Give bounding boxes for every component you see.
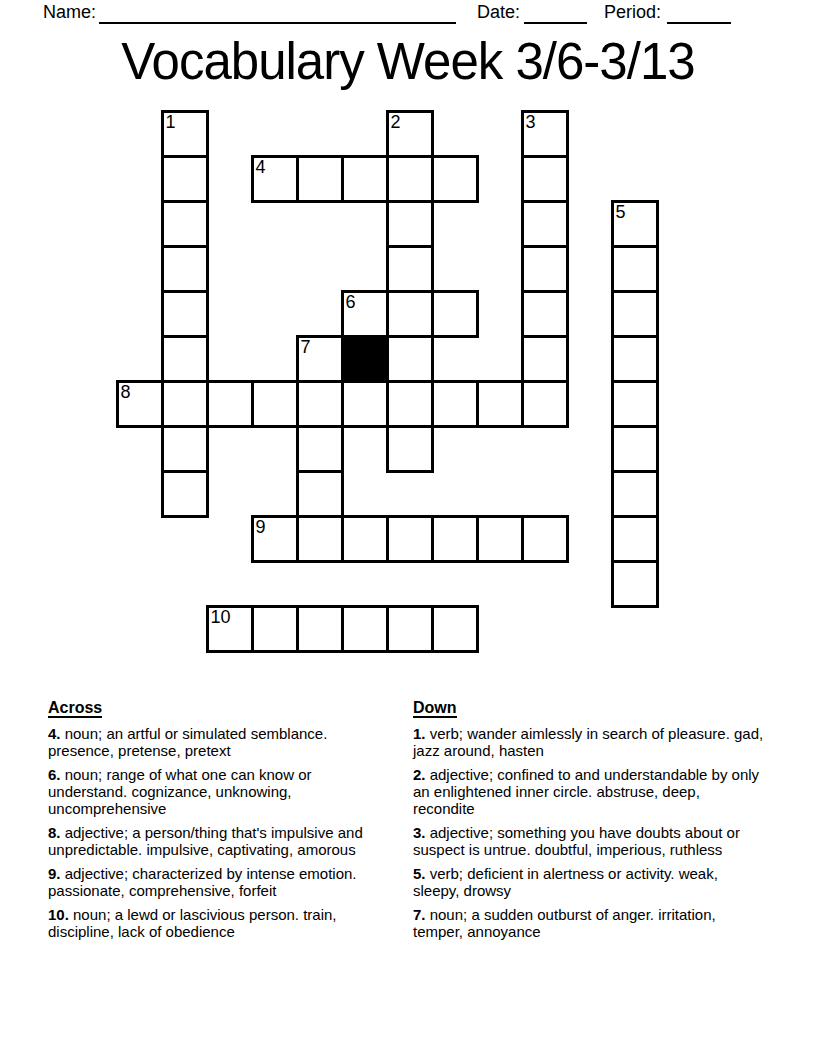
grid-cell[interactable] — [521, 245, 569, 293]
clue-item-number: 2. — [413, 766, 426, 783]
grid-cell[interactable] — [161, 290, 209, 338]
clue-item-number: 3. — [413, 824, 426, 841]
clue-item-text: verb; wander aimlessly in search of plea… — [413, 725, 763, 759]
grid-cell[interactable] — [251, 380, 299, 428]
grid-cell[interactable] — [611, 290, 659, 338]
grid-cell[interactable] — [161, 470, 209, 518]
grid-cell[interactable] — [431, 155, 479, 203]
grid-cell[interactable] — [386, 155, 434, 203]
grid-cell[interactable] — [341, 380, 389, 428]
grid-cell[interactable] — [341, 605, 389, 653]
clue-item-number: 4. — [48, 725, 61, 742]
grid-cell[interactable]: 3 — [521, 110, 569, 158]
clue-item-text: noun; an artful or simulated semblance. … — [48, 725, 327, 759]
grid-cell[interactable] — [386, 335, 434, 383]
clue-number: 5 — [616, 202, 626, 222]
clue-number: 4 — [256, 157, 266, 177]
grid-cell[interactable] — [386, 515, 434, 563]
grid-cell[interactable]: 4 — [251, 155, 299, 203]
date-label: Date: — [477, 1, 520, 23]
grid-cell[interactable] — [476, 380, 524, 428]
grid-cell[interactable]: 9 — [251, 515, 299, 563]
clue-item-number: 9. — [48, 865, 61, 882]
grid-cell[interactable] — [611, 470, 659, 518]
clue-item-text: adjective; a person/thing that's impulsi… — [48, 824, 363, 858]
page-title: Vocabulary Week 3/6-3/13 — [0, 33, 816, 91]
grid-cell[interactable] — [521, 335, 569, 383]
period-label: Period: — [604, 1, 661, 23]
clue-item: 6. noun; range of what one can know or u… — [48, 766, 386, 817]
grid-cell[interactable] — [161, 245, 209, 293]
period-blank-line[interactable] — [667, 1, 731, 24]
clue-item: 4. noun; an artful or simulated semblanc… — [48, 725, 386, 759]
name-blank-line[interactable] — [99, 1, 456, 24]
grid-cell[interactable] — [521, 380, 569, 428]
clue-number: 2 — [391, 112, 401, 132]
grid-cell[interactable] — [431, 380, 479, 428]
grid-cell[interactable] — [161, 335, 209, 383]
grid-cell[interactable] — [296, 605, 344, 653]
grid-cell[interactable] — [251, 605, 299, 653]
grid-cell[interactable]: 8 — [116, 380, 164, 428]
grid-cell[interactable] — [341, 515, 389, 563]
grid-cell[interactable] — [521, 290, 569, 338]
grid-cell[interactable] — [521, 155, 569, 203]
grid-cell[interactable] — [296, 515, 344, 563]
clue-number: 6 — [346, 292, 356, 312]
grid-cell[interactable] — [206, 380, 254, 428]
clue-item: 7. noun; a sudden outburst of anger. irr… — [413, 906, 765, 940]
grid-cell[interactable]: 2 — [386, 110, 434, 158]
grid-cell[interactable]: 5 — [611, 200, 659, 248]
grid-cell[interactable] — [161, 200, 209, 248]
grid-cell[interactable] — [386, 605, 434, 653]
clue-item: 3. adjective; something you have doubts … — [413, 824, 765, 858]
grid-cell[interactable] — [386, 200, 434, 248]
grid-cell[interactable] — [611, 560, 659, 608]
grid-cell[interactable]: 10 — [206, 605, 254, 653]
grid-cell[interactable]: 1 — [161, 110, 209, 158]
grid-cell[interactable] — [611, 425, 659, 473]
grid-cell[interactable] — [431, 290, 479, 338]
clue-item-number: 1. — [413, 725, 426, 742]
grid-cell[interactable] — [386, 380, 434, 428]
clue-item: 2. adjective; confined to and understand… — [413, 766, 765, 817]
clue-item: 9. adjective; characterized by intense e… — [48, 865, 386, 899]
down-heading: Down — [413, 699, 457, 718]
clue-item: 10. noun; a lewd or lascivious person. t… — [48, 906, 386, 940]
clue-number: 10 — [211, 607, 231, 627]
grid-cell[interactable]: 7 — [296, 335, 344, 383]
grid-cell[interactable] — [386, 290, 434, 338]
grid-cell[interactable] — [296, 425, 344, 473]
crossword-grid: 12345678910 — [117, 111, 657, 651]
down-clue-list: 1. verb; wander aimlessly in search of p… — [413, 725, 765, 940]
grid-cell[interactable] — [521, 515, 569, 563]
clue-item: 1. verb; wander aimlessly in search of p… — [413, 725, 765, 759]
grid-cell[interactable] — [431, 605, 479, 653]
grid-cell[interactable] — [296, 470, 344, 518]
grid-cell[interactable]: 6 — [341, 290, 389, 338]
clue-item-text: adjective; something you have doubts abo… — [413, 824, 740, 858]
clue-item-number: 10. — [48, 906, 69, 923]
name-label: Name: — [43, 1, 96, 23]
clues-down-section: Down 1. verb; wander aimlessly in search… — [413, 699, 765, 947]
clue-item-number: 8. — [48, 824, 61, 841]
across-clue-list: 4. noun; an artful or simulated semblanc… — [48, 725, 386, 940]
clue-number: 9 — [256, 517, 266, 537]
clue-number: 3 — [526, 112, 536, 132]
grid-cell[interactable] — [521, 200, 569, 248]
grid-cell[interactable] — [296, 155, 344, 203]
grid-cell[interactable] — [476, 515, 524, 563]
grid-cell[interactable] — [386, 425, 434, 473]
grid-cell[interactable] — [611, 380, 659, 428]
date-blank-line[interactable] — [524, 1, 587, 24]
grid-cell[interactable] — [611, 335, 659, 383]
clue-item-text: adjective; characterized by intense emot… — [48, 865, 357, 899]
clue-number: 1 — [166, 112, 176, 132]
grid-cell[interactable] — [296, 380, 344, 428]
grid-cell[interactable] — [611, 245, 659, 293]
worksheet-page: { "game": "crossword", "header": { "name… — [0, 0, 816, 1056]
clue-number: 8 — [121, 382, 131, 402]
grid-cell[interactable] — [341, 155, 389, 203]
clue-item-text: noun; a sudden outburst of anger. irrita… — [413, 906, 716, 940]
clues-across-section: Across 4. noun; an artful or simulated s… — [48, 699, 386, 947]
clue-item: 5. verb; deficient in alertness or activ… — [413, 865, 765, 899]
clue-item-text: noun; a lewd or lascivious person. train… — [48, 906, 337, 940]
grid-cell[interactable] — [161, 380, 209, 428]
clue-item-text: noun; range of what one can know or unde… — [48, 766, 312, 817]
clue-item-number: 5. — [413, 865, 426, 882]
grid-cell[interactable] — [161, 155, 209, 203]
grid-cell[interactable] — [161, 425, 209, 473]
clue-item-number: 6. — [48, 766, 61, 783]
across-heading: Across — [48, 699, 102, 718]
grid-cell[interactable] — [611, 515, 659, 563]
grid-cell[interactable] — [386, 245, 434, 293]
grid-cell[interactable] — [431, 515, 479, 563]
clue-item-number: 7. — [413, 906, 426, 923]
clue-item-text: verb; deficient in alertness or activity… — [413, 865, 718, 899]
black-cell — [341, 335, 389, 383]
clue-item: 8. adjective; a person/thing that's impu… — [48, 824, 386, 858]
clue-number: 7 — [301, 337, 311, 357]
clue-item-text: adjective; confined to and understandabl… — [413, 766, 759, 817]
